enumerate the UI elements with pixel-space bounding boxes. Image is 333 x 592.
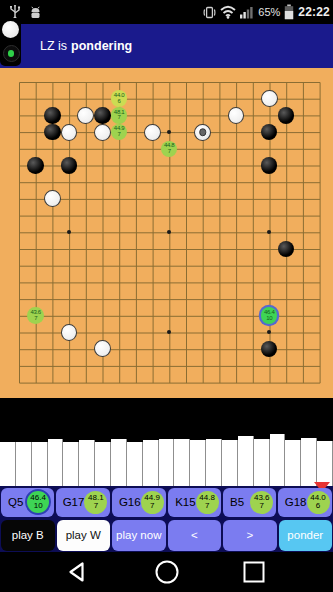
star-point-Q10 xyxy=(261,224,278,241)
android-debug-icon xyxy=(28,5,43,20)
recents-icon[interactable] xyxy=(243,562,264,583)
suggestion-button-row: Q546.410G1748.17G1644.97K1544.87B543.67G… xyxy=(1,488,332,517)
suggested-move-G18[interactable]: 44.06 xyxy=(111,90,128,107)
clock: 22:22 xyxy=(298,5,330,19)
winrate-bar xyxy=(127,442,143,486)
winrate-bar xyxy=(0,442,16,486)
winrate-bar xyxy=(270,434,286,486)
suggestion-button-K15[interactable]: K1544.87 xyxy=(168,488,221,517)
control-panel: Q546.410G1748.17G1644.97K1544.87B543.67G… xyxy=(0,486,333,552)
winrate-bar xyxy=(317,441,333,486)
suggestion-button-G18[interactable]: G1844.06 xyxy=(278,488,332,517)
white-stone-F3 xyxy=(94,341,111,358)
home-icon[interactable] xyxy=(155,561,178,584)
suggestion-stats: 48.17 xyxy=(84,491,107,514)
suggestion-stats: 43.67 xyxy=(250,491,273,514)
suggestion-coord: G18 xyxy=(285,496,307,508)
suggested-move-B5[interactable]: 43.67 xyxy=(27,307,44,324)
last-move-marker xyxy=(199,128,207,136)
winrate-bar xyxy=(238,436,254,486)
black-stone-Q14 xyxy=(261,157,278,174)
signal-icon xyxy=(240,5,254,19)
suggestion-coord: B5 xyxy=(230,496,244,508)
ponder-button[interactable]: ponder xyxy=(279,520,333,551)
winrate-bar xyxy=(190,440,206,486)
winrate-bar xyxy=(32,442,48,486)
winrate-bar xyxy=(48,439,64,486)
white-stone-M16 xyxy=(194,124,211,141)
winrate-bar xyxy=(16,442,32,486)
white-stone-E17 xyxy=(77,107,94,124)
winrate-bar xyxy=(206,439,222,487)
winrate-bar xyxy=(159,439,175,486)
winrate-bar xyxy=(143,440,159,486)
white-stone-J16 xyxy=(144,124,161,141)
black-stone-C16 xyxy=(44,124,61,141)
turn-indicator xyxy=(0,18,21,66)
white-stone-C12 xyxy=(44,190,61,207)
black-stone-C17 xyxy=(44,107,61,124)
suggestion-button-G17[interactable]: G1748.17 xyxy=(56,488,110,517)
title-bold: pondering xyxy=(71,39,132,53)
winrate-bar xyxy=(222,440,238,486)
white-stone-Q18 xyxy=(261,90,278,107)
title-prefix: LZ is xyxy=(40,39,67,53)
winrate-graph[interactable] xyxy=(0,398,333,486)
prev-move-button[interactable]: < xyxy=(168,520,222,551)
suggestion-coord: G17 xyxy=(63,496,85,508)
android-nav-bar xyxy=(0,552,333,592)
status-title: LZ is pondering xyxy=(40,24,132,68)
header: LZ is pondering xyxy=(0,24,333,68)
play-now-button[interactable]: play now xyxy=(112,520,166,551)
suggestion-stats: 44.06 xyxy=(307,491,330,514)
suggestion-button-B5[interactable]: B543.67 xyxy=(223,488,276,517)
black-stone-D14 xyxy=(61,157,78,174)
star-point-K4 xyxy=(161,324,178,341)
winrate-bar xyxy=(301,438,317,486)
white-stone-D16 xyxy=(61,124,78,141)
star-point-Q4 xyxy=(261,324,278,341)
winrate-bar xyxy=(174,439,190,487)
winrate-bar xyxy=(79,440,95,486)
status-bar: 65% 22:22 xyxy=(0,0,333,24)
black-stone-R17 xyxy=(278,107,295,124)
black-stone-F17 xyxy=(94,107,111,124)
black-stone-Q3 xyxy=(261,341,278,358)
white-player-stone-icon xyxy=(2,21,19,38)
back-icon[interactable] xyxy=(65,559,91,585)
star-point-K16 xyxy=(161,124,178,141)
suggestion-stats: 44.97 xyxy=(141,491,164,514)
winrate-bar xyxy=(254,439,270,486)
app-screen: 65% 22:22 LZ is pondering 46.41048.1744.… xyxy=(0,0,333,592)
suggestion-coord: K15 xyxy=(175,496,195,508)
winrate-bar xyxy=(111,439,127,486)
suggestion-button-Q5[interactable]: Q546.410 xyxy=(1,488,54,517)
suggested-move-K15[interactable]: 44.87 xyxy=(161,140,178,157)
star-point-K10 xyxy=(161,224,178,241)
winrate-bar xyxy=(63,442,79,486)
suggestion-stats: 44.87 xyxy=(196,491,219,514)
black-stone-R9 xyxy=(278,241,295,258)
next-move-button[interactable]: > xyxy=(223,520,277,551)
black-stone-Q16 xyxy=(261,124,278,141)
winrate-bar xyxy=(285,440,301,486)
star-point-D10 xyxy=(61,224,78,241)
black-stone-B14 xyxy=(27,157,44,174)
wifi-icon xyxy=(220,5,236,19)
battery-icon xyxy=(284,4,294,20)
action-button-row: play B play W play now < > ponder xyxy=(1,520,332,551)
status-right-cluster: 65% 22:22 xyxy=(203,4,333,20)
play-white-button[interactable]: play W xyxy=(57,520,111,551)
suggestion-coord: G16 xyxy=(119,496,141,508)
suggested-move-G17[interactable]: 48.17 xyxy=(111,107,128,124)
battery-percent: 65% xyxy=(258,6,280,18)
vibrate-icon xyxy=(203,5,216,20)
active-turn-dot xyxy=(8,50,15,57)
suggestion-button-G16[interactable]: G1644.97 xyxy=(112,488,166,517)
winrate-bar xyxy=(95,442,111,486)
white-stone-F16 xyxy=(94,124,111,141)
go-board[interactable]: 46.41048.1744.9744.8743.6744.06 xyxy=(0,68,333,398)
white-stone-D4 xyxy=(61,324,78,341)
suggestion-stats: 46.410 xyxy=(25,489,51,515)
play-black-button[interactable]: play B xyxy=(1,520,55,551)
suggestion-coord: Q5 xyxy=(8,496,23,508)
suggested-move-Q5[interactable]: 46.410 xyxy=(261,307,278,324)
black-player-stone-icon xyxy=(3,45,20,62)
suggested-move-G16[interactable]: 44.97 xyxy=(111,124,128,141)
white-stone-O17 xyxy=(228,107,245,124)
winrate-bars xyxy=(0,398,333,486)
